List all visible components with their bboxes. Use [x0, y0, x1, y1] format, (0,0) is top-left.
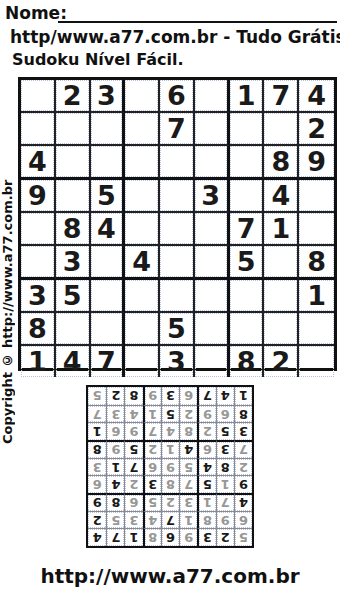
- cell-r8c6: [195, 313, 230, 346]
- cell-r9c5: 3: [160, 346, 195, 377]
- solution-cell-r5c9: 3: [88, 458, 106, 476]
- solution-cell-r1c8: 7: [106, 528, 124, 546]
- solution-cell-r9c3: 7: [197, 387, 215, 405]
- solution-cell-r5c8: 1: [106, 458, 124, 476]
- cell-r8c9: [299, 313, 334, 346]
- cell-r2c5: 7: [160, 113, 195, 146]
- cell-r8c2: [56, 313, 91, 346]
- solution-cell-r8c1: 8: [234, 405, 252, 423]
- solution-cell-r9c9: 5: [88, 387, 106, 405]
- solution-cell-r6c6: 2: [143, 440, 161, 458]
- solution-cell-r4c5: 8: [161, 475, 179, 493]
- cell-r1c2: 2: [56, 80, 91, 113]
- cell-r7c8: [264, 280, 299, 313]
- cell-r2c8: [264, 113, 299, 146]
- solution-cell-r4c4: 7: [179, 475, 197, 493]
- cell-r2c9: 2: [299, 113, 334, 146]
- solution-cell-r8c6: 1: [143, 405, 161, 423]
- cell-r4c5: [160, 180, 195, 213]
- solution-cell-r8c4: 2: [179, 405, 197, 423]
- cell-r3c8: 8: [264, 146, 299, 180]
- cell-r3c5: [160, 146, 195, 180]
- cell-r7c6: [195, 280, 230, 313]
- cell-r5c3: 4: [91, 213, 126, 246]
- cell-r5c2: 8: [56, 213, 91, 246]
- solution-cell-r2c6: 4: [143, 511, 161, 529]
- solution-cell-r7c4: 8: [179, 422, 197, 440]
- cell-r7c4: [125, 280, 160, 313]
- cell-r3c4: [125, 146, 160, 180]
- cell-r8c5: 5: [160, 313, 195, 346]
- solution-cell-r8c7: 4: [124, 405, 142, 423]
- cell-r2c7: [230, 113, 265, 146]
- solution-cell-r8c9: 7: [88, 405, 106, 423]
- cell-r3c3: [91, 146, 126, 180]
- cell-r8c4: [125, 313, 160, 346]
- cell-r9c6: [195, 346, 230, 377]
- solution-cell-r7c8: 6: [106, 422, 124, 440]
- solution-cell-r7c9: 1: [88, 422, 106, 440]
- cell-r7c3: [91, 280, 126, 313]
- cell-r6c7: 5: [230, 246, 265, 280]
- cell-r3c1: 4: [21, 146, 56, 180]
- cell-r2c3: [91, 113, 126, 146]
- solution-cell-r8c3: 9: [197, 405, 215, 423]
- cell-r4c3: 5: [91, 180, 126, 213]
- name-blank-line: [58, 3, 337, 23]
- solution-cell-r6c9: 8: [88, 440, 106, 458]
- solution-cell-r5c4: 5: [179, 458, 197, 476]
- solution-cell-r2c5: 7: [161, 511, 179, 529]
- cell-r1c3: 3: [91, 80, 126, 113]
- cell-r4c2: [56, 180, 91, 213]
- solution-cell-r1c9: 4: [88, 528, 106, 546]
- cell-r6c6: [195, 246, 230, 280]
- cell-r2c2: [56, 113, 91, 146]
- solution-cell-r2c1: 6: [234, 511, 252, 529]
- cell-r6c1: [21, 246, 56, 280]
- solution-cell-r5c3: 4: [197, 458, 215, 476]
- solution-cell-r3c3: 1: [197, 493, 215, 511]
- solution-cell-r6c2: 3: [216, 440, 234, 458]
- cell-r1c6: [195, 80, 230, 113]
- cell-r4c7: [230, 180, 265, 213]
- cell-r9c1: 1: [21, 346, 56, 377]
- cell-r9c8: 2: [264, 346, 299, 377]
- solution-cell-r3c8: 8: [106, 493, 124, 511]
- solution-cell-r9c2: 4: [216, 387, 234, 405]
- cell-r2c1: [21, 113, 56, 146]
- solution-cell-r5c2: 8: [216, 458, 234, 476]
- solution-cell-r1c4: 9: [179, 528, 197, 546]
- solution-cell-r6c3: 6: [197, 440, 215, 458]
- cell-r5c1: [21, 213, 56, 246]
- solution-cell-r5c6: 6: [143, 458, 161, 476]
- solution-cell-r4c8: 4: [106, 475, 124, 493]
- solution-cell-r6c5: 1: [161, 440, 179, 458]
- solution-cell-r2c3: 8: [197, 511, 215, 529]
- solution-cell-r1c1: 5: [234, 528, 252, 546]
- cell-r6c2: 3: [56, 246, 91, 280]
- cell-r5c9: [299, 213, 334, 246]
- solution-cell-r6c1: 7: [234, 440, 252, 458]
- cell-r9c3: 7: [91, 346, 126, 377]
- cell-r5c4: [125, 213, 160, 246]
- footer-url: http://www.a77.com.br: [0, 564, 340, 588]
- solution-cell-r9c6: 9: [143, 387, 161, 405]
- cell-r3c9: 9: [299, 146, 334, 180]
- cell-r8c3: [91, 313, 126, 346]
- cell-r3c7: [230, 146, 265, 180]
- solution-cell-r4c7: 2: [124, 475, 142, 493]
- solution-cell-r1c5: 6: [161, 528, 179, 546]
- solution-cell-r5c1: 2: [234, 458, 252, 476]
- solution-cell-r4c3: 5: [197, 475, 215, 493]
- cell-r3c2: [56, 146, 91, 180]
- cell-r9c9: [299, 346, 334, 377]
- cell-r4c1: 9: [21, 180, 56, 213]
- cell-r6c9: 8: [299, 246, 334, 280]
- solution-cell-r8c5: 5: [161, 405, 179, 423]
- cell-r1c5: 6: [160, 80, 195, 113]
- solution-cell-r2c9: 2: [88, 511, 106, 529]
- solution-cell-r2c7: 3: [124, 511, 142, 529]
- solution-cell-r3c4: 3: [179, 493, 197, 511]
- cell-r7c2: 5: [56, 280, 91, 313]
- cell-r4c4: [125, 180, 160, 213]
- cell-r6c8: [264, 246, 299, 280]
- cell-r7c1: 3: [21, 280, 56, 313]
- cell-r9c4: [125, 346, 160, 377]
- solution-cell-r2c4: 1: [179, 511, 197, 529]
- solution-cell-r9c7: 8: [124, 387, 142, 405]
- solution-cell-r5c7: 7: [124, 458, 142, 476]
- solution-cell-r6c4: 4: [179, 440, 197, 458]
- cell-r5c6: [195, 213, 230, 246]
- solution-cell-r1c7: 1: [124, 528, 142, 546]
- cell-r3c6: [195, 146, 230, 180]
- solution-cell-r7c3: 2: [197, 422, 215, 440]
- site-tagline: http/www.a77.com.br - Tudo Grátis.: [10, 27, 340, 47]
- solution-cell-r3c7: 6: [124, 493, 142, 511]
- solution-cell-r2c2: 9: [216, 511, 234, 529]
- cell-r7c7: [230, 280, 265, 313]
- solution-grid: 5239681746981743524713256899157832462845…: [86, 385, 254, 548]
- cell-r4c9: [299, 180, 334, 213]
- cell-r1c1: [21, 80, 56, 113]
- cell-r1c4: [125, 80, 160, 113]
- cell-r9c7: 8: [230, 346, 265, 377]
- cell-r6c5: [160, 246, 195, 280]
- solution-cell-r4c9: 6: [88, 475, 106, 493]
- cell-r5c8: 1: [264, 213, 299, 246]
- solution-cell-r6c7: 5: [124, 440, 142, 458]
- solution-cell-r1c2: 2: [216, 528, 234, 546]
- solution-cell-r9c1: 1: [234, 387, 252, 405]
- cell-r9c2: 4: [56, 346, 91, 377]
- solution-cell-r3c5: 2: [161, 493, 179, 511]
- cell-r7c5: [160, 280, 195, 313]
- solution-cell-r7c6: 7: [143, 422, 161, 440]
- solution-cell-r1c6: 8: [143, 528, 161, 546]
- cell-r4c6: 3: [195, 180, 230, 213]
- copyright-vertical-text: Copyright © http://www.a77.com.br: [0, 163, 16, 461]
- solution-cell-r3c6: 5: [143, 493, 161, 511]
- cell-r2c4: [125, 113, 160, 146]
- solution-cell-r9c5: 3: [161, 387, 179, 405]
- solution-cell-r8c2: 6: [216, 405, 234, 423]
- cell-r1c9: 4: [299, 80, 334, 113]
- cell-r8c7: [230, 313, 265, 346]
- cell-r8c8: [264, 313, 299, 346]
- cell-r5c5: [160, 213, 195, 246]
- cell-r6c3: [91, 246, 126, 280]
- solution-cell-r9c8: 2: [106, 387, 124, 405]
- cell-r5c7: 7: [230, 213, 265, 246]
- difficulty-label: Sudoku Nível Fácil.: [12, 50, 184, 69]
- solution-cell-r5c5: 9: [161, 458, 179, 476]
- solution-cell-r3c1: 4: [234, 493, 252, 511]
- cell-r4c8: 4: [264, 180, 299, 213]
- cell-r1c8: 7: [264, 80, 299, 113]
- solution-cell-r7c1: 3: [234, 422, 252, 440]
- solution-cell-r7c5: 4: [161, 422, 179, 440]
- solution-cell-r2c8: 5: [106, 511, 124, 529]
- solution-cell-r7c7: 9: [124, 422, 142, 440]
- solution-cell-r6c8: 9: [106, 440, 124, 458]
- solution-cell-r4c1: 9: [234, 475, 252, 493]
- solution-cell-r3c9: 9: [88, 493, 106, 511]
- solution-cell-r1c3: 3: [197, 528, 215, 546]
- solution-cell-r9c4: 6: [179, 387, 197, 405]
- solution-cell-r7c2: 5: [216, 422, 234, 440]
- cell-r7c9: 1: [299, 280, 334, 313]
- cell-r6c4: 4: [125, 246, 160, 280]
- cell-r1c7: 1: [230, 80, 265, 113]
- solution-cell-r4c2: 1: [216, 475, 234, 493]
- cell-r2c6: [195, 113, 230, 146]
- sudoku-grid: 2361747248995348471345835185147382: [18, 77, 337, 371]
- solution-cell-r8c8: 3: [106, 405, 124, 423]
- solution-cell-r3c2: 7: [216, 493, 234, 511]
- solution-cell-r4c6: 3: [143, 475, 161, 493]
- cell-r8c1: 8: [21, 313, 56, 346]
